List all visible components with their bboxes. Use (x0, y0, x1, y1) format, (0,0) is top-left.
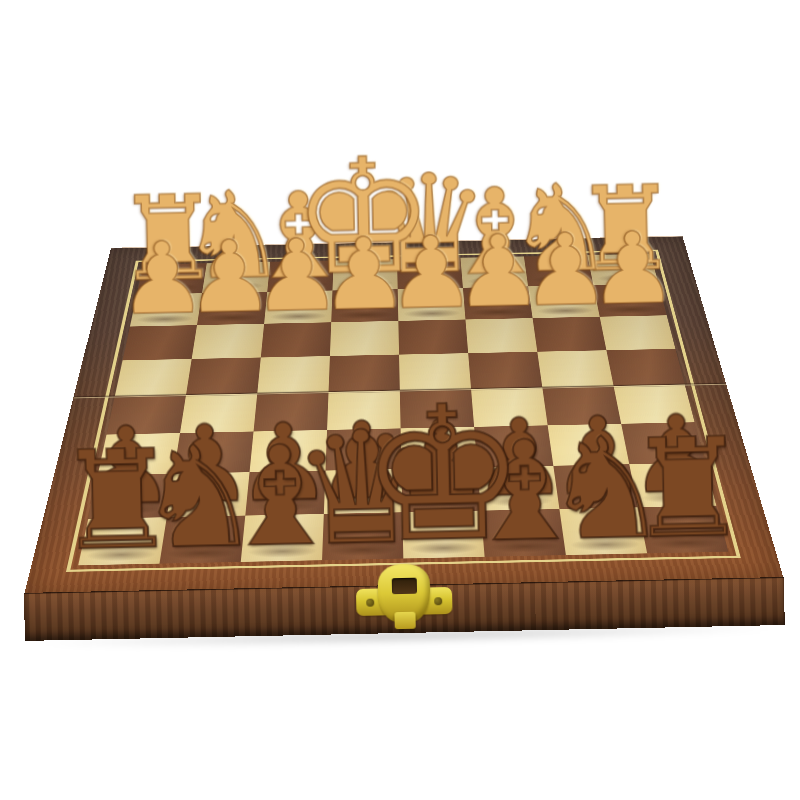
black-king-glyph: ♚ (357, 379, 527, 568)
piece-layer: ♜♞♝♚♛♝♞♜♟♟♟♟♟♟♟♟♟♟♟♟♟♟♟♟♜♞♝♛♚♝♞♜ (24, 236, 784, 594)
perspective-stage: ♜♞♝♚♛♝♞♜♟♟♟♟♟♟♟♟♟♟♟♟♟♟♟♟♜♞♝♛♚♝♞♜ (0, 0, 800, 800)
latch-slot (392, 578, 417, 595)
black-rook-glyph: ♜ (625, 420, 749, 558)
latch-hook (394, 612, 415, 629)
white-pawn-glyph: ♟ (587, 218, 678, 319)
box-top-face: ♜♞♝♚♛♝♞♜♟♟♟♟♟♟♟♟♟♟♟♟♟♟♟♟♜♞♝♛♚♝♞♜ (24, 236, 784, 595)
brass-latch (355, 559, 453, 641)
chess-set-photo: ♜♞♝♚♛♝♞♜♟♟♟♟♟♟♟♟♟♟♟♟♟♟♟♟♜♞♝♛♚♝♞♜ (0, 0, 800, 800)
scene-tilt: ♜♞♝♚♛♝♞♜♟♟♟♟♟♟♟♟♟♟♟♟♟♟♟♟♜♞♝♛♚♝♞♜ (0, 0, 800, 800)
